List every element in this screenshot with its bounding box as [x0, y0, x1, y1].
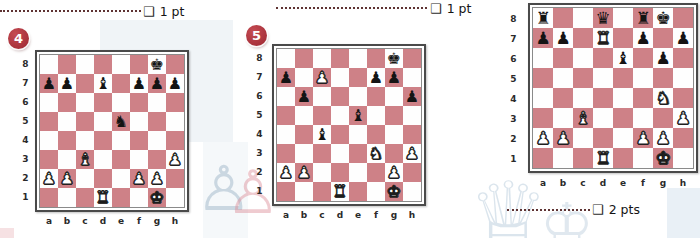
answer-line — [507, 209, 590, 211]
piece-black-king-icon: ♚ — [387, 51, 401, 67]
answer-line — [276, 7, 427, 9]
square-h1 — [403, 182, 421, 201]
square-f2 — [367, 163, 385, 182]
square-c1 — [313, 182, 331, 201]
piece-black-pawn-icon: ♟ — [535, 30, 550, 47]
file-labels: abcdefgh — [40, 215, 184, 227]
square-c2 — [573, 128, 593, 148]
file-label: e — [613, 177, 633, 189]
square-b5 — [58, 112, 76, 131]
square-f7: ♟ — [633, 28, 653, 48]
piece-white-knight-icon: ♞ — [369, 146, 383, 162]
piece-white-king-icon: ♚ — [150, 190, 164, 206]
rank-label: 7 — [253, 68, 266, 87]
piece-black-knight-icon: ♞ — [114, 114, 128, 130]
square-d3 — [593, 108, 613, 128]
file-label: c — [573, 177, 593, 189]
rank-label: 4 — [253, 125, 266, 144]
rank-labels: 87654321 — [19, 55, 32, 207]
square-b7 — [295, 68, 313, 87]
square-f7: ♟ — [130, 74, 148, 93]
file-label: f — [130, 215, 148, 227]
square-b6 — [58, 93, 76, 112]
chess-board-5: ♚♟♟♟♟♟♟♝♝♞♟♟♟♟♜♚ — [272, 44, 426, 206]
square-e6 — [112, 93, 130, 112]
checkbox-icon: ❑ — [143, 5, 155, 18]
square-g2: ♟ — [385, 163, 403, 182]
square-f6 — [130, 93, 148, 112]
square-g1: ♚ — [148, 188, 166, 207]
file-label: d — [94, 215, 112, 227]
piece-white-knight-icon: ♞ — [655, 90, 670, 107]
square-b3 — [58, 150, 76, 169]
points-label: ❑ 2 pts — [592, 202, 640, 217]
square-h6 — [673, 48, 693, 68]
square-a7: ♟ — [277, 68, 295, 87]
rank-label: 3 — [253, 144, 266, 163]
rank-label: 5 — [19, 112, 32, 131]
square-f2: ♟ — [130, 169, 148, 188]
rank-labels: 87654321 — [253, 49, 266, 201]
square-e3 — [112, 150, 130, 169]
puzzle-number-badge: 4 — [8, 28, 29, 49]
file-label: d — [593, 177, 613, 189]
square-d6 — [331, 87, 349, 106]
square-c5 — [573, 68, 593, 88]
square-d8 — [94, 55, 112, 74]
rank-label: 1 — [19, 188, 32, 207]
square-f4 — [130, 131, 148, 150]
square-c4 — [573, 88, 593, 108]
square-h5 — [403, 106, 421, 125]
square-a5 — [40, 112, 58, 131]
square-d1: ♜ — [593, 148, 613, 168]
square-b4 — [58, 131, 76, 150]
square-a7: ♟ — [40, 74, 58, 93]
square-c5 — [313, 106, 331, 125]
piece-black-rook-icon: ♜ — [635, 10, 650, 27]
file-label: h — [166, 215, 184, 227]
square-f7: ♟ — [367, 68, 385, 87]
piece-black-pawn-icon: ♟ — [279, 70, 293, 86]
square-c6 — [313, 87, 331, 106]
rank-label: 8 — [507, 9, 520, 29]
square-b6 — [553, 48, 573, 68]
square-e6: ♝ — [613, 48, 633, 68]
square-h1 — [166, 188, 184, 207]
piece-white-pawn-icon: ♟ — [555, 130, 570, 147]
piece-black-queen-icon: ♛ — [595, 10, 610, 27]
square-c7 — [76, 74, 94, 93]
piece-white-pawn-icon: ♟ — [279, 165, 293, 181]
square-a6 — [533, 48, 553, 68]
piece-white-pawn-icon: ♟ — [60, 171, 74, 187]
square-h6 — [166, 93, 184, 112]
square-a2: ♟ — [40, 169, 58, 188]
square-h8 — [403, 49, 421, 68]
watermark-pawn-icon: ♙ — [196, 158, 252, 220]
file-label: b — [553, 177, 573, 189]
square-d5 — [593, 68, 613, 88]
square-c7: ♟ — [313, 68, 331, 87]
square-d2 — [331, 163, 349, 182]
rank-label: 7 — [19, 74, 32, 93]
square-c6 — [76, 93, 94, 112]
square-e6 — [349, 87, 367, 106]
square-e4 — [613, 88, 633, 108]
piece-black-pawn-icon: ♟ — [655, 50, 670, 67]
square-a1 — [40, 188, 58, 207]
square-e2 — [613, 128, 633, 148]
square-c8 — [76, 55, 94, 74]
square-d8 — [331, 49, 349, 68]
square-a4 — [533, 88, 553, 108]
watermark-king-icon: ♔ — [540, 195, 594, 238]
square-b8 — [553, 8, 573, 28]
square-b3 — [553, 108, 573, 128]
square-f1 — [130, 188, 148, 207]
square-e8 — [349, 49, 367, 68]
square-h4 — [673, 88, 693, 108]
square-f8 — [130, 55, 148, 74]
points-text: 1 pt — [447, 1, 472, 16]
piece-white-bishop-icon: ♝ — [78, 152, 92, 168]
square-f5 — [367, 106, 385, 125]
square-c3 — [313, 144, 331, 163]
square-f8: ♜ — [633, 8, 653, 28]
square-g4: ♞ — [653, 88, 673, 108]
square-g1: ♚ — [385, 182, 403, 201]
square-h2 — [403, 163, 421, 182]
square-a3 — [40, 150, 58, 169]
square-d1: ♜ — [331, 182, 349, 201]
square-d4 — [593, 88, 613, 108]
file-label: g — [653, 177, 673, 189]
piece-white-pawn-icon: ♟ — [655, 130, 670, 147]
rank-label: 4 — [507, 89, 520, 109]
square-e1 — [349, 182, 367, 201]
square-e7 — [613, 28, 633, 48]
piece-black-pawn-icon: ♟ — [150, 76, 164, 92]
piece-white-pawn-icon: ♟ — [150, 171, 164, 187]
square-f1 — [367, 182, 385, 201]
rank-label: 8 — [19, 55, 32, 74]
square-f6 — [367, 87, 385, 106]
square-g3 — [148, 150, 166, 169]
square-e7 — [349, 68, 367, 87]
square-e8 — [613, 8, 633, 28]
square-b7: ♟ — [58, 74, 76, 93]
square-a2: ♟ — [533, 128, 553, 148]
square-c1 — [573, 148, 593, 168]
square-g3 — [385, 144, 403, 163]
square-a5 — [533, 68, 553, 88]
checkbox-icon: ❑ — [430, 2, 442, 15]
square-b3 — [295, 144, 313, 163]
square-h4 — [403, 125, 421, 144]
file-label: a — [277, 209, 295, 221]
square-e2 — [112, 169, 130, 188]
square-c4 — [76, 131, 94, 150]
rank-label: 3 — [507, 109, 520, 129]
piece-black-pawn-icon: ♟ — [60, 76, 74, 92]
square-d4 — [94, 131, 112, 150]
square-g6: ♟ — [653, 48, 673, 68]
square-g1: ♚ — [653, 148, 673, 168]
square-b4 — [295, 125, 313, 144]
points-label: ❑ 1 pt — [430, 1, 471, 16]
worksheet-page: ♙ ♙ ♕ ♔ ❑ 1 pt 4 87654321 ♚♟♟♝♟♟♟♞♝♟♟♟♟♟… — [0, 0, 700, 238]
square-d7 — [331, 68, 349, 87]
square-b4 — [553, 88, 573, 108]
piece-black-pawn-icon: ♟ — [297, 89, 311, 105]
square-b6: ♟ — [295, 87, 313, 106]
square-h5 — [166, 112, 184, 131]
rank-label: 2 — [19, 169, 32, 188]
square-g2: ♟ — [653, 128, 673, 148]
square-b2: ♟ — [553, 128, 573, 148]
square-a4 — [277, 125, 295, 144]
square-d6 — [593, 48, 613, 68]
square-d2 — [593, 128, 613, 148]
square-f5 — [130, 112, 148, 131]
rank-label: 1 — [507, 149, 520, 169]
square-a5 — [277, 106, 295, 125]
chess-board-6: ♜♛♜♚♟♟♜♟♟♝♟♞♝♟♟♟♟♟♜♚ — [528, 3, 698, 173]
square-e1 — [112, 188, 130, 207]
square-a6 — [40, 93, 58, 112]
square-c3: ♝ — [573, 108, 593, 128]
rank-label: 2 — [507, 129, 520, 149]
square-f1 — [633, 148, 653, 168]
rank-label: 2 — [253, 163, 266, 182]
piece-black-king-icon: ♚ — [655, 10, 670, 27]
square-a4 — [40, 131, 58, 150]
square-d2 — [94, 169, 112, 188]
square-g6 — [385, 87, 403, 106]
square-d1: ♜ — [94, 188, 112, 207]
square-h7: ♟ — [673, 28, 693, 48]
file-label: g — [385, 209, 403, 221]
square-e3 — [349, 144, 367, 163]
piece-white-bishop-icon: ♝ — [575, 110, 590, 127]
square-h4 — [166, 131, 184, 150]
square-e5: ♞ — [112, 112, 130, 131]
square-c3: ♝ — [76, 150, 94, 169]
square-f3: ♞ — [367, 144, 385, 163]
square-d6 — [94, 93, 112, 112]
square-f8 — [367, 49, 385, 68]
square-g3 — [653, 108, 673, 128]
piece-white-pawn-icon: ♟ — [387, 165, 401, 181]
square-h8 — [673, 8, 693, 28]
square-b7: ♟ — [553, 28, 573, 48]
rank-labels: 87654321 — [507, 9, 520, 169]
piece-black-pawn-icon: ♟ — [555, 30, 570, 47]
checkbox-icon: ❑ — [592, 203, 604, 216]
file-label: e — [112, 215, 130, 227]
square-e1 — [613, 148, 633, 168]
square-f4 — [633, 88, 653, 108]
file-label: a — [533, 177, 553, 189]
square-b5 — [553, 68, 573, 88]
square-g7: ♟ — [385, 68, 403, 87]
square-e2 — [349, 163, 367, 182]
square-d3 — [331, 144, 349, 163]
square-g6 — [148, 93, 166, 112]
square-b2: ♟ — [295, 163, 313, 182]
piece-white-pawn-icon: ♟ — [675, 110, 690, 127]
piece-white-rook-icon: ♜ — [595, 30, 610, 47]
piece-white-pawn-icon: ♟ — [635, 130, 650, 147]
square-e4 — [349, 125, 367, 144]
answer-line — [0, 10, 141, 12]
square-b8 — [295, 49, 313, 68]
file-labels: abcdefgh — [277, 209, 421, 221]
square-e5: ♝ — [349, 106, 367, 125]
square-g2: ♟ — [148, 169, 166, 188]
piece-white-pawn-icon: ♟ — [297, 165, 311, 181]
square-f3 — [633, 108, 653, 128]
piece-black-bishop-icon: ♝ — [96, 76, 110, 92]
piece-white-pawn-icon: ♟ — [535, 130, 550, 147]
file-label: c — [76, 215, 94, 227]
square-b1 — [58, 188, 76, 207]
watermark-panel — [203, 142, 248, 238]
file-label: f — [633, 177, 653, 189]
file-label: g — [148, 215, 166, 227]
piece-black-rook-icon: ♜ — [535, 10, 550, 27]
square-h7: ♟ — [166, 74, 184, 93]
file-label: a — [40, 215, 58, 227]
piece-black-pawn-icon: ♟ — [387, 70, 401, 86]
file-label: b — [58, 215, 76, 227]
file-label: h — [673, 177, 693, 189]
square-b5 — [295, 106, 313, 125]
square-f2: ♟ — [633, 128, 653, 148]
file-labels: abcdefgh — [533, 177, 693, 189]
square-g8: ♚ — [148, 55, 166, 74]
square-b8 — [58, 55, 76, 74]
square-b1 — [295, 182, 313, 201]
square-h7 — [403, 68, 421, 87]
square-d8: ♛ — [593, 8, 613, 28]
square-h3: ♟ — [403, 144, 421, 163]
square-c4: ♝ — [313, 125, 331, 144]
piece-white-rook-icon: ♜ — [595, 150, 610, 167]
square-a8 — [277, 49, 295, 68]
square-c6 — [573, 48, 593, 68]
square-h1 — [673, 148, 693, 168]
watermark-panel — [0, 228, 14, 238]
square-h3: ♟ — [673, 108, 693, 128]
square-d5 — [331, 106, 349, 125]
square-d7: ♜ — [593, 28, 613, 48]
puzzle-number-badge: 5 — [246, 25, 267, 46]
rank-label: 1 — [253, 182, 266, 201]
square-a1 — [533, 148, 553, 168]
rank-label: 3 — [19, 150, 32, 169]
square-h2 — [673, 128, 693, 148]
file-label: b — [295, 209, 313, 221]
points-text: 2 pts — [609, 202, 640, 217]
piece-white-rook-icon: ♜ — [96, 190, 110, 206]
rank-label: 5 — [253, 106, 266, 125]
piece-white-pawn-icon: ♟ — [132, 171, 146, 187]
square-a8 — [40, 55, 58, 74]
points-text: 1 pt — [160, 4, 185, 19]
square-a7: ♟ — [533, 28, 553, 48]
square-a8: ♜ — [533, 8, 553, 28]
square-e8 — [112, 55, 130, 74]
square-g4 — [148, 131, 166, 150]
file-label: e — [349, 209, 367, 221]
points-label: ❑ 1 pt — [143, 4, 184, 19]
square-c7 — [573, 28, 593, 48]
file-label: h — [403, 209, 421, 221]
square-h5 — [673, 68, 693, 88]
square-c8 — [313, 49, 331, 68]
piece-white-pawn-icon: ♟ — [315, 70, 329, 86]
piece-white-pawn-icon: ♟ — [42, 171, 56, 187]
piece-white-rook-icon: ♜ — [333, 184, 347, 200]
piece-black-king-icon: ♚ — [150, 57, 164, 73]
square-g4 — [385, 125, 403, 144]
rank-label: 4 — [19, 131, 32, 150]
piece-black-pawn-icon: ♟ — [168, 76, 182, 92]
piece-black-pawn-icon: ♟ — [405, 89, 419, 105]
square-g8: ♚ — [653, 8, 673, 28]
piece-black-bishop-icon: ♝ — [615, 50, 630, 67]
square-g7: ♟ — [148, 74, 166, 93]
square-c8 — [573, 8, 593, 28]
piece-black-pawn-icon: ♟ — [635, 30, 650, 47]
square-g5 — [653, 68, 673, 88]
square-d5 — [94, 112, 112, 131]
square-a2: ♟ — [277, 163, 295, 182]
piece-black-bishop-icon: ♝ — [315, 127, 329, 143]
square-b2: ♟ — [58, 169, 76, 188]
piece-black-bishop-icon: ♝ — [351, 108, 365, 124]
file-label: d — [331, 209, 349, 221]
piece-white-king-icon: ♚ — [655, 150, 670, 167]
square-d3 — [94, 150, 112, 169]
rank-label: 8 — [253, 49, 266, 68]
square-g8: ♚ — [385, 49, 403, 68]
square-g5 — [385, 106, 403, 125]
square-a1 — [277, 182, 295, 201]
file-label: f — [367, 209, 385, 221]
square-a3 — [277, 144, 295, 163]
square-c1 — [76, 188, 94, 207]
square-c2 — [76, 169, 94, 188]
piece-white-pawn-icon: ♟ — [168, 152, 182, 168]
rank-label: 6 — [253, 87, 266, 106]
square-f5 — [633, 68, 653, 88]
square-g7 — [653, 28, 673, 48]
rank-label: 5 — [507, 69, 520, 89]
square-a3 — [533, 108, 553, 128]
square-f4 — [367, 125, 385, 144]
rank-label: 7 — [507, 29, 520, 49]
square-h8 — [166, 55, 184, 74]
piece-white-pawn-icon: ♟ — [405, 146, 419, 162]
square-e7 — [112, 74, 130, 93]
square-d4 — [331, 125, 349, 144]
square-f3 — [130, 150, 148, 169]
file-label: c — [313, 209, 331, 221]
piece-white-king-icon: ♚ — [387, 184, 401, 200]
